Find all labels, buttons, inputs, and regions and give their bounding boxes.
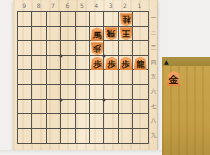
board-square-9-8[interactable] <box>18 114 32 129</box>
star-point-icon <box>103 98 106 101</box>
board-square-7-2[interactable] <box>47 27 61 42</box>
piece-glyph: 歩 <box>107 59 115 69</box>
board-square-5-3[interactable] <box>76 41 90 56</box>
sente-hand-金-piece[interactable]: 金 <box>167 71 181 86</box>
board-square-6-2[interactable] <box>61 27 75 42</box>
board-square-5-1[interactable] <box>76 12 90 27</box>
board-square-4-8[interactable] <box>90 114 104 129</box>
board-square-6-8[interactable] <box>61 114 75 129</box>
piece-glyph: 龍 <box>136 59 144 69</box>
board-square-5-9[interactable] <box>76 129 90 144</box>
board-square-7-7[interactable] <box>47 100 61 115</box>
board-square-6-4[interactable] <box>61 56 75 71</box>
board-square-5-7[interactable] <box>76 100 90 115</box>
board-square-4-5[interactable] <box>90 70 104 85</box>
komadai-header: ▲ <box>162 57 210 66</box>
board-square-9-2[interactable] <box>18 27 32 42</box>
board-square-2-6[interactable] <box>119 85 133 100</box>
board-square-1-3[interactable] <box>133 41 147 56</box>
board-square-3-5[interactable] <box>104 70 118 85</box>
file-labels: 987654321 <box>17 1 149 10</box>
file-label-6: 6 <box>60 1 74 10</box>
shogi-app-screen: 987654321 一二三四五六七八九 桂馬飛王歩歩歩歩龍 ▲ 金 <box>0 0 210 155</box>
sente-komadai[interactable]: ▲ 金 <box>162 57 210 155</box>
board-square-2-7[interactable] <box>119 100 133 115</box>
board-square-9-7[interactable] <box>18 100 32 115</box>
board-square-2-5[interactable] <box>119 70 133 85</box>
board-square-3-1[interactable] <box>104 12 118 27</box>
board-square-3-7[interactable] <box>104 100 118 115</box>
piece-glyph: 飛 <box>107 28 115 38</box>
board-square-3-8[interactable] <box>104 114 118 129</box>
board-square-3-3[interactable] <box>104 41 118 56</box>
file-label-9: 9 <box>17 1 31 10</box>
gote-桂-piece-21[interactable]: 桂 <box>120 13 133 26</box>
piece-glyph: 歩 <box>93 42 101 52</box>
board-square-5-6[interactable] <box>76 85 90 100</box>
board-square-1-2[interactable] <box>133 27 147 42</box>
board-square-9-9[interactable] <box>18 129 32 144</box>
board-square-6-1[interactable] <box>61 12 75 27</box>
board-square-9-1[interactable] <box>18 12 32 27</box>
board-square-7-4[interactable] <box>47 56 61 71</box>
board-square-8-3[interactable] <box>32 41 46 56</box>
board-square-7-8[interactable] <box>47 114 61 129</box>
rank-label-2: 二 <box>149 26 158 41</box>
board-square-1-5[interactable] <box>133 70 147 85</box>
star-point-icon <box>60 54 63 57</box>
board-square-9-6[interactable] <box>18 85 32 100</box>
piece-glyph: 金 <box>169 74 179 86</box>
board-square-9-4[interactable] <box>18 56 32 71</box>
rank-label-9: 九 <box>149 128 158 143</box>
piece-glyph: 歩 <box>122 59 130 69</box>
board-square-3-6[interactable] <box>104 85 118 100</box>
board-square-5-4[interactable] <box>76 56 90 71</box>
rank-labels: 一二三四五六七八九 <box>149 11 158 144</box>
board-square-2-8[interactable] <box>119 114 133 129</box>
board-square-1-6[interactable] <box>133 85 147 100</box>
board-square-1-1[interactable] <box>133 12 147 27</box>
star-point-icon <box>60 98 63 101</box>
board-square-7-9[interactable] <box>47 129 61 144</box>
file-label-1: 1 <box>132 1 146 10</box>
board-square-4-9[interactable] <box>90 129 104 144</box>
board-square-5-2[interactable] <box>76 27 90 42</box>
file-label-8: 8 <box>31 1 45 10</box>
board-square-7-3[interactable] <box>47 41 61 56</box>
board-square-8-9[interactable] <box>32 129 46 144</box>
board-square-1-8[interactable] <box>133 114 147 129</box>
board-square-2-9[interactable] <box>119 129 133 144</box>
rank-label-4: 四 <box>149 55 158 70</box>
board-square-8-2[interactable] <box>32 27 46 42</box>
file-label-5: 5 <box>75 1 89 10</box>
piece-glyph: 馬 <box>93 30 101 40</box>
board-square-4-6[interactable] <box>90 85 104 100</box>
piece-glyph: 歩 <box>93 59 101 69</box>
board-square-5-5[interactable] <box>76 70 90 85</box>
star-point-icon <box>103 54 106 57</box>
rank-label-5: 五 <box>149 69 158 84</box>
board-square-1-7[interactable] <box>133 100 147 115</box>
sente-marker-icon: ▲ <box>164 58 169 66</box>
board-square-6-6[interactable] <box>61 85 75 100</box>
piece-glyph: 桂 <box>122 13 130 23</box>
board-square-7-1[interactable] <box>47 12 61 27</box>
board-bottom-shadow <box>0 150 162 155</box>
rank-label-1: 一 <box>149 11 158 26</box>
rank-label-3: 三 <box>149 40 158 55</box>
board-square-8-8[interactable] <box>32 114 46 129</box>
board-square-1-9[interactable] <box>133 129 147 144</box>
piece-glyph: 王 <box>122 28 130 38</box>
board-square-6-5[interactable] <box>61 70 75 85</box>
board-square-9-5[interactable] <box>18 70 32 85</box>
board-square-2-3[interactable] <box>119 41 133 56</box>
board-square-8-1[interactable] <box>32 12 46 27</box>
rank-label-6: 六 <box>149 84 158 99</box>
file-label-2: 2 <box>118 1 132 10</box>
rank-label-8: 八 <box>149 113 158 128</box>
board-square-8-4[interactable] <box>32 56 46 71</box>
board-square-7-5[interactable] <box>47 70 61 85</box>
board-square-6-3[interactable] <box>61 41 75 56</box>
board-square-6-7[interactable] <box>61 100 75 115</box>
board-square-9-3[interactable] <box>18 41 32 56</box>
file-label-3: 3 <box>103 1 117 10</box>
board-square-5-8[interactable] <box>76 114 90 129</box>
board-square-4-7[interactable] <box>90 100 104 115</box>
board-grid[interactable]: 桂馬飛王歩歩歩歩龍 <box>17 11 149 144</box>
board-square-6-9[interactable] <box>61 129 75 144</box>
board-square-8-6[interactable] <box>32 85 46 100</box>
board-square-4-1[interactable] <box>90 12 104 27</box>
file-label-7: 7 <box>46 1 60 10</box>
rank-label-7: 七 <box>149 99 158 114</box>
board-square-3-9[interactable] <box>104 129 118 144</box>
board-square-8-7[interactable] <box>32 100 46 115</box>
board-square-7-6[interactable] <box>47 85 61 100</box>
file-label-4: 4 <box>89 1 103 10</box>
board-square-8-5[interactable] <box>32 70 46 85</box>
